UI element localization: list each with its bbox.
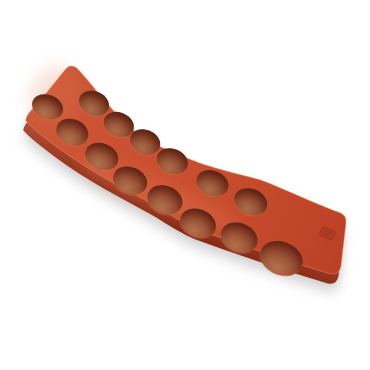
product-photo-stage [0,0,370,370]
